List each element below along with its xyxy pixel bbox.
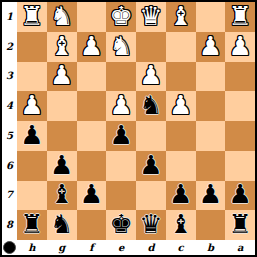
black-rook-icon[interactable]: ♜ bbox=[20, 211, 43, 237]
square-a7[interactable]: ♟ bbox=[225, 181, 255, 211]
square-g6[interactable]: ♟ bbox=[47, 151, 77, 181]
file-label-c: c bbox=[166, 240, 196, 255]
square-a1[interactable]: ♜ bbox=[225, 2, 255, 32]
white-bishop-icon[interactable]: ♝ bbox=[169, 3, 192, 29]
square-h2[interactable] bbox=[17, 32, 47, 62]
square-a3[interactable] bbox=[225, 62, 255, 92]
black-bishop-icon[interactable]: ♝ bbox=[169, 211, 192, 237]
rank-label-2: 2 bbox=[2, 32, 17, 62]
square-d6[interactable]: ♟ bbox=[136, 151, 166, 181]
file-label-a: a bbox=[225, 240, 255, 255]
rank-label-6: 6 bbox=[2, 151, 17, 181]
white-pawn-icon[interactable]: ♟ bbox=[109, 92, 132, 118]
white-pawn-icon[interactable]: ♟ bbox=[20, 92, 43, 118]
square-g5[interactable] bbox=[47, 121, 77, 151]
square-c3[interactable] bbox=[166, 62, 196, 92]
black-to-move-indicator bbox=[3, 241, 16, 254]
square-f5[interactable] bbox=[77, 121, 107, 151]
chess-diagram: 12345678 ♜♞♚♛♝♜♝♟♞♟♟♟♟♟♟♞♟♟♟♟♟♝♟♟♟♟♜♞♚♛♝… bbox=[0, 0, 257, 257]
square-b8[interactable] bbox=[196, 210, 226, 240]
square-c1[interactable]: ♝ bbox=[166, 2, 196, 32]
square-d5[interactable] bbox=[136, 121, 166, 151]
white-queen-icon[interactable]: ♛ bbox=[139, 3, 162, 29]
black-pawn-icon[interactable]: ♟ bbox=[169, 181, 192, 207]
rank-label-5: 5 bbox=[2, 121, 17, 151]
white-rook-icon[interactable]: ♜ bbox=[228, 3, 251, 29]
square-e7[interactable] bbox=[106, 181, 136, 211]
square-b6[interactable] bbox=[196, 151, 226, 181]
rank-label-8: 8 bbox=[2, 210, 17, 240]
file-label-g: g bbox=[47, 240, 77, 255]
square-b5[interactable] bbox=[196, 121, 226, 151]
file-label-h: h bbox=[17, 240, 47, 255]
black-pawn-icon[interactable]: ♟ bbox=[80, 181, 103, 207]
black-pawn-icon[interactable]: ♟ bbox=[20, 122, 43, 148]
rank-label-3: 3 bbox=[2, 62, 17, 92]
square-b1[interactable] bbox=[196, 2, 226, 32]
black-rook-icon[interactable]: ♜ bbox=[228, 211, 251, 237]
square-e4[interactable]: ♟ bbox=[106, 91, 136, 121]
white-rook-icon[interactable]: ♜ bbox=[20, 3, 43, 29]
square-f4[interactable] bbox=[77, 91, 107, 121]
square-d2[interactable] bbox=[136, 32, 166, 62]
square-e6[interactable] bbox=[106, 151, 136, 181]
black-pawn-icon[interactable]: ♟ bbox=[228, 181, 251, 207]
square-g8[interactable]: ♞ bbox=[47, 210, 77, 240]
square-g4[interactable] bbox=[47, 91, 77, 121]
square-a6[interactable] bbox=[225, 151, 255, 181]
square-a2[interactable]: ♟ bbox=[225, 32, 255, 62]
white-pawn-icon[interactable]: ♟ bbox=[169, 92, 192, 118]
square-f8[interactable] bbox=[77, 210, 107, 240]
square-d8[interactable]: ♛ bbox=[136, 210, 166, 240]
white-knight-icon[interactable]: ♞ bbox=[109, 33, 132, 59]
white-pawn-icon[interactable]: ♟ bbox=[228, 33, 251, 59]
square-g3[interactable]: ♟ bbox=[47, 62, 77, 92]
black-pawn-icon[interactable]: ♟ bbox=[109, 122, 132, 148]
white-king-icon[interactable]: ♚ bbox=[109, 3, 132, 29]
square-h4[interactable]: ♟ bbox=[17, 91, 47, 121]
square-h6[interactable] bbox=[17, 151, 47, 181]
square-b4[interactable] bbox=[196, 91, 226, 121]
square-g7[interactable]: ♝ bbox=[47, 181, 77, 211]
square-c5[interactable] bbox=[166, 121, 196, 151]
square-b3[interactable] bbox=[196, 62, 226, 92]
square-f2[interactable]: ♟ bbox=[77, 32, 107, 62]
square-f6[interactable] bbox=[77, 151, 107, 181]
black-king-icon[interactable]: ♚ bbox=[109, 211, 132, 237]
square-e5[interactable]: ♟ bbox=[106, 121, 136, 151]
black-pawn-icon[interactable]: ♟ bbox=[139, 152, 162, 178]
file-label-b: b bbox=[196, 240, 226, 255]
black-knight-icon[interactable]: ♞ bbox=[139, 92, 162, 118]
rank-label-1: 1 bbox=[2, 2, 17, 32]
white-knight-icon[interactable]: ♞ bbox=[50, 3, 73, 29]
side-to-move-cell bbox=[2, 240, 17, 255]
file-label-e: e bbox=[106, 240, 136, 255]
white-pawn-icon[interactable]: ♟ bbox=[80, 33, 103, 59]
black-pawn-icon[interactable]: ♟ bbox=[50, 152, 73, 178]
square-a8[interactable]: ♜ bbox=[225, 210, 255, 240]
white-pawn-icon[interactable]: ♟ bbox=[50, 62, 73, 88]
square-e3[interactable] bbox=[106, 62, 136, 92]
square-e8[interactable]: ♚ bbox=[106, 210, 136, 240]
square-c6[interactable] bbox=[166, 151, 196, 181]
square-d3[interactable]: ♟ bbox=[136, 62, 166, 92]
square-h1[interactable]: ♜ bbox=[17, 2, 47, 32]
square-c4[interactable]: ♟ bbox=[166, 91, 196, 121]
square-c2[interactable] bbox=[166, 32, 196, 62]
file-label-f: f bbox=[77, 240, 107, 255]
square-g1[interactable]: ♞ bbox=[47, 2, 77, 32]
square-b2[interactable]: ♟ bbox=[196, 32, 226, 62]
square-c7[interactable]: ♟ bbox=[166, 181, 196, 211]
square-b7[interactable]: ♟ bbox=[196, 181, 226, 211]
white-bishop-icon[interactable]: ♝ bbox=[50, 33, 73, 59]
black-bishop-icon[interactable]: ♝ bbox=[50, 181, 73, 207]
file-label-d: d bbox=[136, 240, 166, 255]
square-f3[interactable] bbox=[77, 62, 107, 92]
black-queen-icon[interactable]: ♛ bbox=[139, 211, 162, 237]
rank-labels: 12345678 bbox=[2, 2, 17, 240]
rank-label-7: 7 bbox=[2, 181, 17, 211]
square-g2[interactable]: ♝ bbox=[47, 32, 77, 62]
square-e2[interactable]: ♞ bbox=[106, 32, 136, 62]
square-h8[interactable]: ♜ bbox=[17, 210, 47, 240]
white-pawn-icon[interactable]: ♟ bbox=[139, 62, 162, 88]
square-h5[interactable]: ♟ bbox=[17, 121, 47, 151]
rank-label-4: 4 bbox=[2, 91, 17, 121]
square-d4[interactable]: ♞ bbox=[136, 91, 166, 121]
square-d1[interactable]: ♛ bbox=[136, 2, 166, 32]
square-f1[interactable] bbox=[77, 2, 107, 32]
black-pawn-icon[interactable]: ♟ bbox=[199, 181, 222, 207]
black-knight-icon[interactable]: ♞ bbox=[50, 211, 73, 237]
square-e1[interactable]: ♚ bbox=[106, 2, 136, 32]
square-h7[interactable] bbox=[17, 181, 47, 211]
square-f7[interactable]: ♟ bbox=[77, 181, 107, 211]
square-h3[interactable] bbox=[17, 62, 47, 92]
square-d7[interactable] bbox=[136, 181, 166, 211]
square-a5[interactable] bbox=[225, 121, 255, 151]
chess-board: ♜♞♚♛♝♜♝♟♞♟♟♟♟♟♟♞♟♟♟♟♟♝♟♟♟♟♜♞♚♛♝♜ bbox=[17, 2, 255, 240]
square-c8[interactable]: ♝ bbox=[166, 210, 196, 240]
white-pawn-icon[interactable]: ♟ bbox=[199, 33, 222, 59]
file-labels: hgfedcba bbox=[17, 240, 255, 255]
square-a4[interactable] bbox=[225, 91, 255, 121]
